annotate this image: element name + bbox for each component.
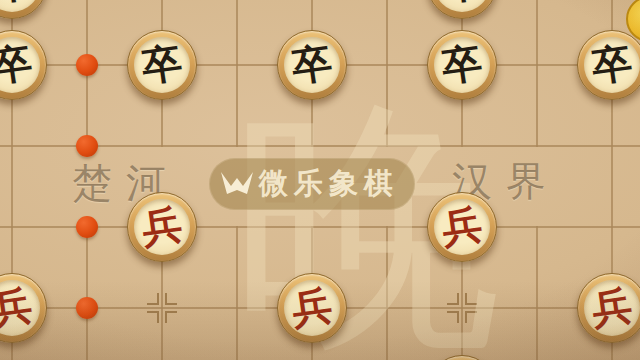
black-soldier-piece-partial[interactable]: 卒 bbox=[0, 0, 47, 19]
piece-character: 兵 bbox=[589, 285, 634, 330]
grid-line-vertical bbox=[536, 226, 538, 360]
watermark-badge: 微乐象棋 bbox=[209, 158, 415, 210]
grid-line-vertical bbox=[386, 0, 388, 147]
xiangqi-board-screenshot: 晚 楚河 汉界 卒卒卒卒卒卒卒兵兵兵兵兵 微乐象棋 bbox=[0, 0, 640, 360]
red-soldier-piece-partial[interactable] bbox=[427, 355, 497, 360]
piece-face: 卒 bbox=[434, 37, 490, 93]
position-marker bbox=[146, 292, 178, 324]
black-soldier-piece[interactable]: 卒 bbox=[277, 30, 347, 100]
piece-face: 卒 bbox=[134, 37, 190, 93]
grid-line-vertical bbox=[536, 0, 538, 147]
move-target-dot[interactable] bbox=[76, 297, 98, 319]
piece-face: 兵 bbox=[0, 280, 40, 336]
butterfly-logo-icon bbox=[217, 164, 257, 204]
piece-character: 卒 bbox=[289, 42, 334, 87]
grid-line-vertical bbox=[236, 226, 238, 360]
piece-character: 兵 bbox=[0, 285, 35, 330]
position-marker-corner bbox=[147, 311, 159, 323]
red-soldier-piece[interactable]: 兵 bbox=[577, 273, 640, 343]
piece-character: 卒 bbox=[139, 42, 184, 87]
grid-line-vertical bbox=[386, 226, 388, 360]
grid-line-vertical bbox=[236, 0, 238, 147]
piece-character: 卒 bbox=[0, 42, 35, 87]
move-target-dot[interactable] bbox=[76, 54, 98, 76]
piece-character: 兵 bbox=[139, 204, 184, 249]
position-marker-corner bbox=[465, 293, 477, 305]
red-soldier-piece[interactable]: 兵 bbox=[127, 192, 197, 262]
piece-character: 卒 bbox=[589, 42, 634, 87]
red-soldier-piece[interactable]: 兵 bbox=[277, 273, 347, 343]
move-target-dot[interactable] bbox=[76, 135, 98, 157]
black-soldier-piece[interactable]: 卒 bbox=[0, 30, 47, 100]
piece-face: 兵 bbox=[434, 199, 490, 255]
piece-character: 卒 bbox=[439, 42, 484, 87]
move-target-dot[interactable] bbox=[76, 216, 98, 238]
position-marker-corner bbox=[447, 293, 459, 305]
watermark-text: 微乐象棋 bbox=[259, 164, 399, 204]
piece-character: 兵 bbox=[289, 285, 334, 330]
position-marker bbox=[446, 292, 478, 324]
black-soldier-piece[interactable]: 卒 bbox=[577, 30, 640, 100]
black-soldier-piece[interactable]: 卒 bbox=[427, 30, 497, 100]
piece-character: 卒 bbox=[0, 0, 35, 7]
position-marker-corner bbox=[465, 311, 477, 323]
position-marker-corner bbox=[147, 293, 159, 305]
piece-face: 卒 bbox=[0, 0, 40, 12]
piece-face: 卒 bbox=[0, 37, 40, 93]
piece-face: 卒 bbox=[434, 0, 490, 12]
position-marker-corner bbox=[165, 293, 177, 305]
piece-face: 兵 bbox=[284, 280, 340, 336]
black-soldier-piece[interactable]: 卒 bbox=[127, 30, 197, 100]
position-marker-corner bbox=[165, 311, 177, 323]
piece-face: 兵 bbox=[584, 280, 640, 336]
grid-line-vertical bbox=[86, 226, 88, 360]
piece-character: 兵 bbox=[439, 204, 484, 249]
piece-face: 卒 bbox=[584, 37, 640, 93]
black-soldier-piece-partial[interactable]: 卒 bbox=[427, 0, 497, 19]
piece-character: 卒 bbox=[439, 0, 484, 7]
piece-face: 卒 bbox=[284, 37, 340, 93]
position-marker-corner bbox=[447, 311, 459, 323]
red-soldier-piece[interactable]: 兵 bbox=[0, 273, 47, 343]
red-soldier-piece[interactable]: 兵 bbox=[427, 192, 497, 262]
piece-face: 兵 bbox=[134, 199, 190, 255]
